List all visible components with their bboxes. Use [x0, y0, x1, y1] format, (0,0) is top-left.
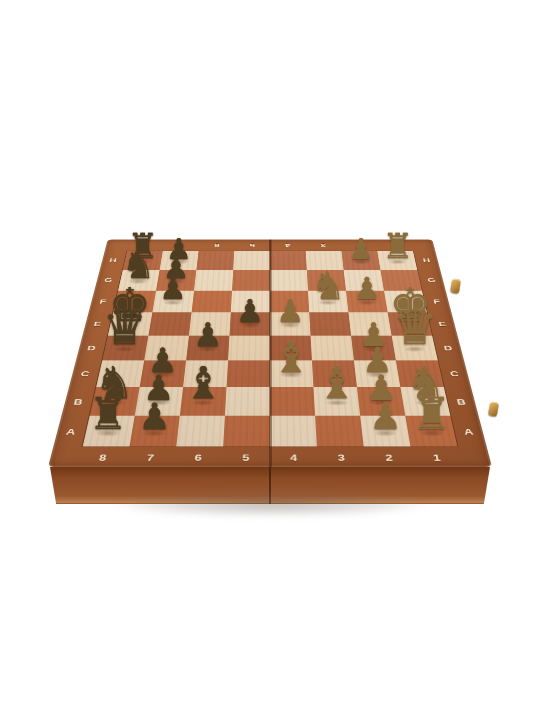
- square-g6[interactable]: [194, 270, 233, 290]
- square-f6[interactable]: [192, 291, 232, 313]
- right-file-label-H: H: [422, 257, 431, 263]
- square-d3[interactable]: [311, 336, 354, 361]
- square-a4[interactable]: [270, 416, 317, 447]
- piece-black-pawn-e5[interactable]: ♟: [236, 296, 264, 328]
- product-photo-stage: 8877665544332211AABBCCDDEEFFGGHH ♜♟♜♟♞♟♟…: [0, 0, 540, 720]
- ground-shadow: [55, 489, 485, 523]
- near-rank-label-4: 4: [290, 452, 298, 462]
- square-a3[interactable]: [315, 416, 364, 447]
- piece-white-pawn-h2[interactable]: ♟: [348, 235, 374, 264]
- left-file-label-A: A: [65, 427, 77, 437]
- square-g5[interactable]: [232, 270, 270, 290]
- left-file-label-B: B: [73, 397, 84, 406]
- square-a5[interactable]: [223, 416, 270, 447]
- piece-white-pawn-f2[interactable]: ♟: [353, 274, 380, 305]
- far-rank-label-6: 6: [214, 242, 220, 248]
- square-h4[interactable]: [270, 251, 307, 270]
- near-rank-label-3: 3: [337, 452, 346, 462]
- square-e3[interactable]: [309, 312, 351, 335]
- piece-black-pawn-d6[interactable]: ♟: [193, 319, 222, 352]
- square-d5[interactable]: [228, 336, 270, 361]
- near-rank-label-7: 7: [146, 452, 155, 462]
- square-a6[interactable]: [176, 416, 225, 447]
- near-rank-label-8: 8: [98, 452, 108, 462]
- piece-white-pawn-e4[interactable]: ♟: [276, 296, 304, 328]
- near-rank-label-1: 1: [432, 452, 442, 462]
- piece-black-bishop-b6[interactable]: ♝: [183, 362, 223, 406]
- right-file-label-D: D: [443, 344, 453, 352]
- piece-white-pawn-a2[interactable]: ♟: [369, 399, 402, 435]
- left-file-label-E: E: [93, 320, 102, 327]
- right-file-label-C: C: [449, 370, 460, 378]
- far-rank-label-4: 4: [285, 242, 291, 248]
- left-file-label-H: H: [109, 257, 118, 263]
- square-b4[interactable]: [270, 387, 315, 416]
- piece-white-queen-d1[interactable]: ♛: [393, 303, 438, 353]
- brass-clasp-far: [450, 278, 461, 293]
- piece-black-rook-a8[interactable]: ♜: [89, 392, 129, 436]
- left-file-label-C: C: [80, 370, 91, 378]
- far-rank-label-3: 3: [320, 242, 326, 248]
- piece-white-rook-a1[interactable]: ♜: [412, 392, 452, 436]
- square-g4[interactable]: [270, 270, 308, 290]
- piece-white-bishop-b3[interactable]: ♝: [317, 362, 357, 406]
- piece-white-rook-h1[interactable]: ♜: [382, 229, 413, 264]
- square-e7[interactable]: [148, 312, 191, 335]
- square-c5[interactable]: [227, 360, 270, 387]
- piece-white-knight-f3[interactable]: ♞: [311, 267, 346, 306]
- brass-clasp-near: [488, 401, 499, 416]
- right-file-label-A: A: [463, 427, 475, 437]
- square-b5[interactable]: [225, 387, 270, 416]
- near-rank-label-2: 2: [385, 452, 394, 462]
- right-file-label-B: B: [456, 397, 467, 406]
- piece-black-queen-d8[interactable]: ♛: [103, 303, 148, 353]
- near-rank-label-6: 6: [194, 452, 203, 462]
- piece-white-bishop-c4[interactable]: ♝: [272, 336, 310, 379]
- right-file-label-E: E: [438, 320, 447, 327]
- square-h5[interactable]: [233, 251, 270, 270]
- near-rank-label-5: 5: [242, 452, 250, 462]
- square-h6[interactable]: [196, 251, 234, 270]
- piece-black-pawn-a7[interactable]: ♟: [138, 399, 171, 435]
- left-file-label-D: D: [87, 344, 97, 352]
- far-rank-label-5: 5: [249, 242, 255, 248]
- piece-black-pawn-f7[interactable]: ♟: [159, 274, 186, 305]
